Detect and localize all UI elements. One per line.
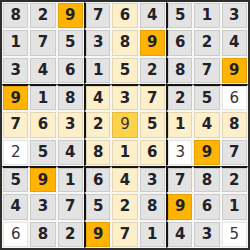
digit: 1 [229, 199, 239, 214]
cell-r5c3[interactable]: 3 [57, 111, 84, 138]
cell-r9c5[interactable]: 7 [111, 221, 138, 248]
cell-r8c1[interactable]: 4 [2, 193, 29, 220]
cell-r3c9[interactable]: 9 [221, 57, 248, 84]
digit: 4 [93, 91, 103, 106]
digit: 2 [147, 63, 157, 78]
cell-r6c2[interactable]: 5 [29, 139, 56, 166]
digit: 8 [175, 63, 185, 78]
digit: 3 [10, 63, 20, 78]
cell-r1c8[interactable]: 1 [193, 2, 220, 29]
digit: 2 [175, 91, 185, 106]
cell-r6c5[interactable]: 1 [111, 139, 138, 166]
digit: 3 [202, 227, 212, 242]
cell-r9c3[interactable]: 2 [57, 221, 84, 248]
cell-r4c3[interactable]: 8 [57, 84, 84, 111]
digit: 4 [147, 8, 157, 23]
cell-r9c8[interactable]: 3 [193, 221, 220, 248]
digit: 2 [38, 8, 48, 23]
cell-r5c8[interactable]: 4 [193, 111, 220, 138]
digit: 6 [93, 173, 103, 188]
digit: 9 [175, 199, 185, 214]
digit: 5 [120, 63, 130, 78]
cell-r4c6[interactable]: 7 [139, 84, 166, 111]
digit: 1 [10, 35, 20, 50]
digit: 3 [147, 173, 157, 188]
digit: 5 [10, 173, 20, 188]
digit: 5 [175, 8, 185, 23]
digit: 7 [202, 63, 212, 78]
cell-r4c2[interactable]: 1 [29, 84, 56, 111]
cell-r2c9[interactable]: 4 [221, 29, 248, 56]
cell-r3c3[interactable]: 6 [57, 57, 84, 84]
cell-r2c7[interactable]: 6 [166, 29, 193, 56]
digit: 5 [202, 91, 212, 106]
cell-r3c6[interactable]: 2 [139, 57, 166, 84]
digit: 1 [38, 91, 48, 106]
cell-r7c1[interactable]: 5 [2, 166, 29, 193]
digit: 2 [229, 173, 239, 188]
cell-r2c5[interactable]: 8 [111, 29, 138, 56]
cell-r9c2[interactable]: 8 [29, 221, 56, 248]
cell-r1c4[interactable]: 7 [84, 2, 111, 29]
cell-r6c3[interactable]: 4 [57, 139, 84, 166]
digit: 9 [65, 8, 75, 23]
digit: 3 [65, 117, 75, 132]
cell-r1c6[interactable]: 4 [139, 2, 166, 29]
cell-r9c1[interactable]: 6 [2, 221, 29, 248]
cell-r3c5[interactable]: 5 [111, 57, 138, 84]
cell-r6c1[interactable]: 2 [2, 139, 29, 166]
digit: 9 [120, 117, 130, 132]
digit: 1 [147, 227, 157, 242]
digit: 4 [229, 35, 239, 50]
digit: 6 [11, 227, 21, 242]
cell-r2c2[interactable]: 7 [29, 29, 56, 56]
digit: 2 [120, 199, 130, 214]
digit: 3 [93, 35, 103, 50]
digit: 5 [230, 227, 240, 242]
cell-r2c6[interactable]: 9 [139, 29, 166, 56]
cell-r6c6[interactable]: 6 [139, 139, 166, 166]
cell-r2c8[interactable]: 2 [193, 29, 220, 56]
digit: 2 [11, 145, 21, 160]
digit: 3 [175, 145, 185, 160]
digit: 1 [120, 145, 130, 160]
digit: 7 [93, 8, 103, 23]
cell-r9c6[interactable]: 1 [139, 221, 166, 248]
cell-r7c2[interactable]: 9 [29, 166, 56, 193]
cell-r6c4[interactable]: 8 [84, 139, 111, 166]
digit: 5 [38, 145, 48, 160]
digit: 6 [230, 91, 240, 106]
digit: 3 [38, 199, 48, 214]
digit: 9 [229, 63, 239, 78]
digit: 8 [93, 145, 103, 160]
cell-r5c6[interactable]: 5 [139, 111, 166, 138]
digit: 6 [175, 35, 185, 50]
cell-r7c7[interactable]: 7 [166, 166, 193, 193]
digit: 7 [229, 145, 239, 160]
digit: 7 [120, 227, 130, 242]
cell-r4c1[interactable]: 9 [2, 84, 29, 111]
digit: 7 [175, 173, 185, 188]
cell-r2c4[interactable]: 3 [84, 29, 111, 56]
digit: 5 [147, 117, 157, 132]
cell-r5c5[interactable]: 9 [111, 111, 138, 138]
digit: 1 [202, 8, 212, 23]
digit: 4 [202, 117, 212, 132]
cell-r7c6[interactable]: 3 [139, 166, 166, 193]
cell-r7c4[interactable]: 6 [84, 166, 111, 193]
cell-r5c9[interactable]: 8 [221, 111, 248, 138]
cell-r8c6[interactable]: 8 [139, 193, 166, 220]
sudoku-board: 8297645131753896243461528799184372567632… [0, 0, 250, 250]
digit: 8 [202, 173, 212, 188]
digit: 2 [202, 35, 212, 50]
cell-r6c8[interactable]: 9 [193, 139, 220, 166]
digit: 6 [38, 117, 48, 132]
digit: 5 [65, 35, 75, 50]
cell-r6c7[interactable]: 3 [166, 139, 193, 166]
cell-r7c5[interactable]: 4 [111, 166, 138, 193]
digit: 8 [120, 35, 130, 50]
cell-r7c3[interactable]: 1 [57, 166, 84, 193]
digit: 6 [120, 8, 130, 23]
digit: 5 [93, 199, 103, 214]
cell-r8c4[interactable]: 5 [84, 193, 111, 220]
digit: 8 [147, 199, 157, 214]
cell-r5c4[interactable]: 2 [84, 111, 111, 138]
digit: 4 [120, 173, 130, 188]
digit: 6 [202, 199, 212, 214]
cell-r2c1[interactable]: 1 [2, 29, 29, 56]
cell-r1c7[interactable]: 5 [166, 2, 193, 29]
digit: 8 [10, 8, 20, 23]
digit: 3 [229, 8, 239, 23]
cell-r7c8[interactable]: 8 [193, 166, 220, 193]
digit: 7 [10, 117, 20, 132]
cell-r9c7[interactable]: 4 [166, 221, 193, 248]
cell-r8c7[interactable]: 9 [166, 193, 193, 220]
digit: 9 [93, 227, 103, 242]
digit: 1 [65, 173, 75, 188]
digit: 7 [38, 35, 48, 50]
digit: 4 [38, 63, 48, 78]
digit: 4 [65, 145, 75, 160]
digit: 2 [65, 227, 75, 242]
digit: 6 [65, 63, 75, 78]
cell-r4c5[interactable]: 3 [111, 84, 138, 111]
digit: 8 [65, 91, 75, 106]
cell-r1c2[interactable]: 2 [29, 2, 56, 29]
cell-r3c2[interactable]: 4 [29, 57, 56, 84]
cell-r9c4[interactable]: 9 [84, 221, 111, 248]
cell-r4c8[interactable]: 5 [193, 84, 220, 111]
cell-r5c7[interactable]: 1 [166, 111, 193, 138]
cell-r8c8[interactable]: 6 [193, 193, 220, 220]
digit: 9 [38, 173, 48, 188]
digit: 8 [229, 117, 239, 132]
cell-r5c2[interactable]: 6 [29, 111, 56, 138]
cell-r8c2[interactable]: 3 [29, 193, 56, 220]
cell-r5c1[interactable]: 7 [2, 111, 29, 138]
cell-r8c3[interactable]: 7 [57, 193, 84, 220]
digit: 6 [147, 145, 157, 160]
digit: 7 [65, 199, 75, 214]
digit: 4 [175, 227, 185, 242]
digit: 3 [120, 91, 130, 106]
cell-r2c3[interactable]: 5 [57, 29, 84, 56]
cell-r4c7[interactable]: 2 [166, 84, 193, 111]
digit: 1 [93, 63, 103, 78]
cell-r7c9[interactable]: 2 [221, 166, 248, 193]
cell-r4c4[interactable]: 4 [84, 84, 111, 111]
digit: 2 [93, 117, 103, 132]
cell-r4c9[interactable]: 6 [221, 84, 248, 111]
cell-r3c7[interactable]: 8 [166, 57, 193, 84]
digit: 1 [175, 117, 185, 132]
cell-r8c5[interactable]: 2 [111, 193, 138, 220]
cell-r6c9[interactable]: 7 [221, 139, 248, 166]
cell-r3c8[interactable]: 7 [193, 57, 220, 84]
cell-r9c9[interactable]: 5 [221, 221, 248, 248]
digit: 4 [10, 199, 20, 214]
cell-r1c5[interactable]: 6 [111, 2, 138, 29]
cell-r1c3[interactable]: 9 [57, 2, 84, 29]
digit: 7 [147, 91, 157, 106]
cell-r3c4[interactable]: 1 [84, 57, 111, 84]
cell-r3c1[interactable]: 3 [2, 57, 29, 84]
digit: 9 [10, 91, 20, 106]
cell-r1c1[interactable]: 8 [2, 2, 29, 29]
cell-r8c9[interactable]: 1 [221, 193, 248, 220]
digit: 9 [147, 35, 157, 50]
cell-r1c9[interactable]: 3 [221, 2, 248, 29]
digit: 8 [38, 227, 48, 242]
digit: 9 [202, 145, 212, 160]
